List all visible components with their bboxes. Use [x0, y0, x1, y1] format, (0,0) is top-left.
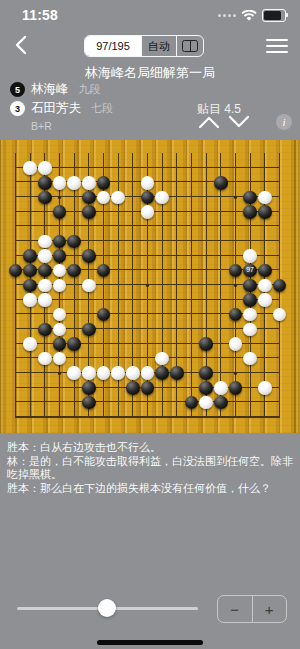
board-cell: [96, 278, 111, 293]
white-stone: [82, 279, 96, 293]
board-cell: [82, 293, 97, 308]
black-stone: [38, 323, 52, 337]
board-cell: [111, 410, 126, 425]
board-cell: [199, 220, 214, 235]
board-cell: [228, 161, 243, 176]
board-cell: [140, 161, 155, 176]
board-cell: [67, 220, 82, 235]
board-cell: [23, 264, 38, 279]
board-cell: [257, 161, 272, 176]
board-cell: [140, 220, 155, 235]
board-cell: [111, 205, 126, 220]
commentary-line: 胜本：那么白在下边的损失根本没有任何价值，什么？: [7, 482, 293, 496]
black-stone: [243, 293, 257, 307]
board-cell: [23, 322, 38, 337]
board-cell: [228, 293, 243, 308]
next-move-button[interactable]: [228, 115, 250, 129]
board-cell: [170, 220, 185, 235]
board-cell: [213, 381, 228, 396]
board-cell: [8, 322, 23, 337]
board-cell: [199, 322, 214, 337]
board-cell: [82, 205, 97, 220]
board-cell: [257, 264, 272, 279]
board-cell: [155, 395, 170, 410]
black-stone: [243, 205, 257, 219]
auto-play-segment[interactable]: 自动: [141, 36, 176, 56]
board-cell: [23, 161, 38, 176]
black-stone: [97, 308, 111, 322]
board-cell: [155, 161, 170, 176]
board-cell: [228, 322, 243, 337]
black-stone: [82, 396, 96, 410]
black-stone: [273, 279, 287, 293]
board-cell: [126, 146, 141, 161]
black-player-rank: 九段: [79, 82, 101, 97]
board-cell: [272, 249, 287, 264]
board-cell: [126, 366, 141, 381]
black-stone: [199, 366, 213, 380]
board-cell: [96, 395, 111, 410]
board-cell: [67, 293, 82, 308]
board-cell: [140, 337, 155, 352]
board-cell: [272, 293, 287, 308]
board-cell: [155, 410, 170, 425]
board-cell: [23, 351, 38, 366]
black-stone: [23, 249, 37, 263]
board-cell: [243, 337, 258, 352]
white-stone: [53, 176, 67, 190]
board-cell: [38, 234, 53, 249]
white-stone: [126, 366, 140, 380]
star-point: [234, 196, 237, 199]
board-cell: [184, 220, 199, 235]
board-cell: [52, 190, 67, 205]
board-cell: [111, 190, 126, 205]
board-cell: [228, 190, 243, 205]
board-cell: [67, 205, 82, 220]
board-cell: [184, 308, 199, 323]
board-cell: [213, 220, 228, 235]
white-stone: [38, 293, 52, 307]
board-cell: [8, 395, 23, 410]
board-cell: [170, 205, 185, 220]
board-cell: [213, 337, 228, 352]
board-cell: [213, 190, 228, 205]
board-cell: [272, 176, 287, 191]
board-cell: [111, 381, 126, 396]
board-cell: [155, 176, 170, 191]
white-stone: [53, 308, 67, 322]
board-cell: [199, 351, 214, 366]
board-cell: [52, 351, 67, 366]
board-cell: [8, 220, 23, 235]
board-cell: [8, 234, 23, 249]
black-stone: [155, 366, 169, 380]
board-cell: [8, 205, 23, 220]
white-stone: [38, 352, 52, 366]
board-cell: [199, 337, 214, 352]
board-cell: [243, 366, 258, 381]
board-cell: [228, 351, 243, 366]
board-cell: [184, 249, 199, 264]
black-stone: [82, 249, 96, 263]
board-cell: [170, 308, 185, 323]
board-cell: [213, 410, 228, 425]
board-cell: [184, 293, 199, 308]
move-slider[interactable]: [17, 599, 198, 617]
board-cell: [155, 366, 170, 381]
board-cell: [184, 205, 199, 220]
black-stone: [229, 308, 243, 322]
board-cell: [96, 190, 111, 205]
board-cell: [184, 146, 199, 161]
board-cell: [140, 146, 155, 161]
board-cell: [23, 293, 38, 308]
next-move-plus-button[interactable]: +: [253, 596, 287, 622]
board-cell: [38, 249, 53, 264]
black-stone: [23, 264, 37, 278]
board-cell: [38, 264, 53, 279]
board-cell: [111, 322, 126, 337]
board-cell: [96, 176, 111, 191]
board-cell: [82, 176, 97, 191]
board-cell: [272, 322, 287, 337]
black-stone: [38, 264, 52, 278]
white-stone: [97, 191, 111, 205]
board-cell: [38, 366, 53, 381]
board-cell: [23, 234, 38, 249]
white-stone: [53, 352, 67, 366]
board-cell: [52, 161, 67, 176]
clock: 11:58: [22, 7, 58, 23]
board-cell: [243, 395, 258, 410]
white-stone: [258, 381, 272, 395]
board-cell: [82, 146, 97, 161]
board-cell: [96, 264, 111, 279]
board-cell: [8, 293, 23, 308]
board-cell: [67, 410, 82, 425]
board-cell: [82, 234, 97, 249]
board-cell: [96, 308, 111, 323]
board-cell: [23, 278, 38, 293]
board-cell: [126, 351, 141, 366]
cellular-signal-icon: [218, 14, 236, 17]
board-cell: [126, 395, 141, 410]
white-stone: [23, 293, 37, 307]
board-cell: [184, 395, 199, 410]
board-cell: [155, 234, 170, 249]
board-cell: [243, 205, 258, 220]
board-cell: [228, 278, 243, 293]
go-board[interactable]: 97: [0, 140, 300, 433]
board-cell: [228, 205, 243, 220]
black-stone: [82, 381, 96, 395]
black-stone: [170, 366, 184, 380]
white-stone: [23, 337, 37, 351]
board-cell: [52, 293, 67, 308]
star-point: [146, 284, 149, 287]
board-cell: [199, 190, 214, 205]
board-cell: [257, 205, 272, 220]
board-cell: [111, 176, 126, 191]
board-cell: [213, 234, 228, 249]
board-cell: [272, 264, 287, 279]
board-cell: [243, 249, 258, 264]
board-cell: [8, 176, 23, 191]
board-cell: [52, 205, 67, 220]
board-cell: [38, 161, 53, 176]
black-stone: [38, 176, 52, 190]
board-cell: [111, 337, 126, 352]
board-cell: [257, 234, 272, 249]
board-cell: [67, 234, 82, 249]
white-stone: [243, 352, 257, 366]
board-cell: [257, 351, 272, 366]
board-cell: [52, 308, 67, 323]
board-cell: [82, 395, 97, 410]
white-player-name: 石田芳夫: [31, 100, 81, 117]
board-cell: [170, 366, 185, 381]
board-cell: [272, 220, 287, 235]
white-stone: [258, 293, 272, 307]
board-cell: [111, 264, 126, 279]
black-stone: [229, 264, 243, 278]
white-stone: [199, 396, 213, 410]
board-cell: [213, 176, 228, 191]
board-cell: [38, 337, 53, 352]
board-cell: [126, 337, 141, 352]
board-cell: [199, 234, 214, 249]
board-cell: [257, 220, 272, 235]
board-cell: [243, 176, 258, 191]
board-cell: [199, 205, 214, 220]
white-stone: [111, 191, 125, 205]
white-stone: [82, 176, 96, 190]
board-cell: [184, 322, 199, 337]
board-cell: [8, 308, 23, 323]
board-cell: [67, 161, 82, 176]
board-cell: [111, 278, 126, 293]
book-segment[interactable]: [176, 36, 203, 56]
board-cell: [272, 234, 287, 249]
board-cell: [67, 249, 82, 264]
board-cell: [272, 190, 287, 205]
board-cell: [184, 176, 199, 191]
board-cell: [67, 351, 82, 366]
white-stone: [229, 337, 243, 351]
segmented-control: 97/195 自动: [84, 35, 204, 57]
board-cell: [126, 293, 141, 308]
board-cell: [111, 395, 126, 410]
board-cell: [228, 264, 243, 279]
white-stone: [53, 323, 67, 337]
black-stone: [199, 381, 213, 395]
board-cell: [82, 220, 97, 235]
board-cell: [184, 278, 199, 293]
board-cell: [170, 264, 185, 279]
board-cell: [140, 381, 155, 396]
board-cell: [52, 278, 67, 293]
board-cell: [228, 308, 243, 323]
board-cell: [82, 322, 97, 337]
black-player-row: 5 林海峰 九段: [10, 81, 101, 98]
black-stone: [38, 191, 52, 205]
board-cell: [8, 264, 23, 279]
board-cell: [38, 293, 53, 308]
board-cell: [170, 176, 185, 191]
info-button[interactable]: i: [276, 114, 292, 130]
slider-thumb[interactable]: [98, 599, 116, 617]
board-cell: [155, 322, 170, 337]
home-indicator[interactable]: [97, 640, 203, 645]
board-cell: [82, 410, 97, 425]
book-icon: [182, 40, 198, 52]
board-cell: [96, 249, 111, 264]
white-stone: [38, 249, 52, 263]
board-cell: [96, 234, 111, 249]
board-cell: [228, 410, 243, 425]
board-cell: [52, 264, 67, 279]
board-cell: [23, 146, 38, 161]
board-cell: [228, 337, 243, 352]
board-cell: [38, 205, 53, 220]
board-cell: [52, 366, 67, 381]
board-cell: [23, 395, 38, 410]
white-stone: [141, 366, 155, 380]
board-cell: [96, 351, 111, 366]
board-cell: [8, 351, 23, 366]
board-cell: [96, 410, 111, 425]
board-cell: [257, 278, 272, 293]
board-cell: [199, 161, 214, 176]
board-cell: [257, 381, 272, 396]
black-stone: [258, 264, 272, 278]
star-point: [58, 196, 61, 199]
board-cell: [82, 337, 97, 352]
board-cell: [257, 366, 272, 381]
white-stone: [67, 176, 81, 190]
black-stone: [67, 337, 81, 351]
board-cell: [8, 249, 23, 264]
black-stone: [67, 235, 81, 249]
board-cell: [155, 249, 170, 264]
board-cell: [111, 161, 126, 176]
board-cell: [184, 410, 199, 425]
status-bar: 11:58: [0, 0, 300, 30]
black-stone: [53, 337, 67, 351]
board-cell: [126, 161, 141, 176]
board-cell: [257, 322, 272, 337]
board-cell: [23, 337, 38, 352]
navigation-bar: 97/195 自动: [0, 30, 300, 62]
board-cell: [111, 249, 126, 264]
board-cell: [199, 410, 214, 425]
board-cell: [257, 337, 272, 352]
board-cell: [272, 337, 287, 352]
board-cell: [23, 176, 38, 191]
board-cell: [213, 264, 228, 279]
board-cell: [257, 146, 272, 161]
board-cell: [8, 366, 23, 381]
board-cell: [228, 366, 243, 381]
move-stepper: − +: [217, 595, 287, 623]
board-cell: [170, 190, 185, 205]
board-cell: [96, 293, 111, 308]
board-cell: [184, 366, 199, 381]
board-cell: [170, 351, 185, 366]
black-stone: [53, 205, 67, 219]
board-cell: [272, 161, 287, 176]
board-cell: [8, 278, 23, 293]
board-cell: [126, 278, 141, 293]
board-cell: [52, 322, 67, 337]
board-cell: [243, 293, 258, 308]
board-cell: [155, 351, 170, 366]
board-cell: [126, 220, 141, 235]
board-cell: [170, 234, 185, 249]
white-player-row: 3 石田芳夫 七段: [10, 100, 113, 117]
board-cell: [155, 205, 170, 220]
black-stone: [53, 249, 67, 263]
board-cell: [257, 395, 272, 410]
board-cell: [140, 351, 155, 366]
board-cell: [82, 351, 97, 366]
star-point: [58, 372, 61, 375]
board-cell: [243, 220, 258, 235]
board-cell: [126, 264, 141, 279]
previous-move-minus-button[interactable]: −: [218, 596, 253, 622]
board-cell: [52, 176, 67, 191]
board-cell: [67, 308, 82, 323]
white-stone: [214, 381, 228, 395]
board-cell: [213, 293, 228, 308]
board-cell: [213, 308, 228, 323]
board-cell: [23, 308, 38, 323]
board-cell: [96, 322, 111, 337]
previous-move-button[interactable]: [198, 115, 220, 129]
board-cell: [111, 234, 126, 249]
board-cell: [257, 190, 272, 205]
board-cell: [272, 381, 287, 396]
board-cell: [199, 308, 214, 323]
game-result: B+R: [31, 120, 52, 132]
board-cell: [38, 146, 53, 161]
move-counter-segment[interactable]: 97/195: [85, 36, 141, 56]
hamburger-menu-button[interactable]: [266, 35, 288, 55]
board-cell: [170, 381, 185, 396]
black-stone: [67, 264, 81, 278]
board-cell: [213, 278, 228, 293]
board-cell: [170, 161, 185, 176]
board-cell: [155, 264, 170, 279]
white-stone: [141, 176, 155, 190]
board-cell: [243, 410, 258, 425]
black-stone: [82, 205, 96, 219]
board-cell: [199, 278, 214, 293]
black-stone: [185, 396, 199, 410]
board-cell: [38, 308, 53, 323]
board-cell: [213, 146, 228, 161]
board-cell: [140, 264, 155, 279]
back-button[interactable]: [10, 33, 34, 57]
white-stone: [82, 366, 96, 380]
board-cell: [126, 205, 141, 220]
board-cell: [96, 381, 111, 396]
board-cell: [8, 381, 23, 396]
board-cell: [184, 234, 199, 249]
board-cell: [184, 161, 199, 176]
board-cell: [155, 220, 170, 235]
